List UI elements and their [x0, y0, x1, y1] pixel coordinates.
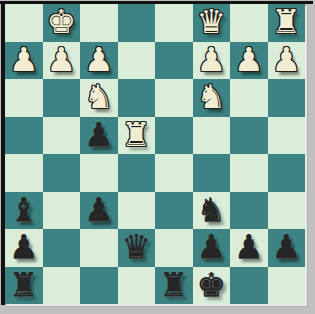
black-pawn[interactable]: ♟: [196, 230, 226, 263]
square-a8[interactable]: [5, 4, 43, 42]
square-c1[interactable]: [80, 267, 118, 305]
square-d3[interactable]: [118, 192, 156, 230]
white-pawn[interactable]: ♟: [234, 43, 264, 76]
square-a7[interactable]: ♟: [5, 42, 43, 80]
square-e4[interactable]: [155, 154, 193, 192]
white-king[interactable]: ♚: [46, 5, 76, 38]
square-b8[interactable]: ♚: [43, 4, 81, 42]
black-pawn[interactable]: ♟: [84, 193, 114, 226]
square-e5[interactable]: [155, 117, 193, 155]
square-d1[interactable]: [118, 267, 156, 305]
square-g5[interactable]: [230, 117, 268, 155]
square-d5[interactable]: ♜: [118, 117, 156, 155]
square-f4[interactable]: [193, 154, 231, 192]
square-h2[interactable]: ♟: [268, 229, 306, 267]
square-h3[interactable]: [268, 192, 306, 230]
chess-app-window: ♚♛♜♟♟♟♟♟♟♞♞♟♜♝♟♞♟♛♟♟♟♜♜♚: [0, 0, 315, 314]
square-h4[interactable]: [268, 154, 306, 192]
square-e8[interactable]: [155, 4, 193, 42]
square-e1[interactable]: ♜: [155, 267, 193, 305]
square-a2[interactable]: ♟: [5, 229, 43, 267]
white-knight[interactable]: ♞: [196, 80, 226, 113]
square-d8[interactable]: [118, 4, 156, 42]
black-pawn[interactable]: ♟: [84, 118, 114, 151]
square-d7[interactable]: [118, 42, 156, 80]
square-c7[interactable]: ♟: [80, 42, 118, 80]
square-c2[interactable]: [80, 229, 118, 267]
square-f3[interactable]: ♞: [193, 192, 231, 230]
square-g3[interactable]: [230, 192, 268, 230]
square-c4[interactable]: [80, 154, 118, 192]
square-b1[interactable]: [43, 267, 81, 305]
square-g4[interactable]: [230, 154, 268, 192]
square-b5[interactable]: [43, 117, 81, 155]
square-d6[interactable]: [118, 79, 156, 117]
white-queen[interactable]: ♛: [196, 5, 226, 38]
black-pawn[interactable]: ♟: [9, 230, 39, 263]
square-f6[interactable]: ♞: [193, 79, 231, 117]
square-f8[interactable]: ♛: [193, 4, 231, 42]
square-d2[interactable]: ♛: [118, 229, 156, 267]
white-pawn[interactable]: ♟: [46, 43, 76, 76]
square-f2[interactable]: ♟: [193, 229, 231, 267]
square-c6[interactable]: ♞: [80, 79, 118, 117]
black-rook[interactable]: ♜: [9, 268, 39, 301]
black-pawn[interactable]: ♟: [234, 230, 264, 263]
white-rook[interactable]: ♜: [121, 118, 151, 151]
square-e3[interactable]: [155, 192, 193, 230]
chess-board: ♚♛♜♟♟♟♟♟♟♞♞♟♜♝♟♞♟♛♟♟♟♜♜♚: [5, 4, 305, 304]
white-pawn[interactable]: ♟: [9, 43, 39, 76]
black-knight[interactable]: ♞: [196, 193, 226, 226]
square-g6[interactable]: [230, 79, 268, 117]
square-b4[interactable]: [43, 154, 81, 192]
square-e2[interactable]: [155, 229, 193, 267]
white-pawn[interactable]: ♟: [196, 43, 226, 76]
square-c3[interactable]: ♟: [80, 192, 118, 230]
square-a6[interactable]: [5, 79, 43, 117]
square-a1[interactable]: ♜: [5, 267, 43, 305]
square-h6[interactable]: [268, 79, 306, 117]
square-h1[interactable]: [268, 267, 306, 305]
square-g2[interactable]: ♟: [230, 229, 268, 267]
square-g7[interactable]: ♟: [230, 42, 268, 80]
square-e6[interactable]: [155, 79, 193, 117]
square-f7[interactable]: ♟: [193, 42, 231, 80]
white-pawn[interactable]: ♟: [271, 43, 301, 76]
square-h5[interactable]: [268, 117, 306, 155]
square-g8[interactable]: [230, 4, 268, 42]
square-f5[interactable]: [193, 117, 231, 155]
black-pawn[interactable]: ♟: [271, 230, 301, 263]
square-g1[interactable]: [230, 267, 268, 305]
square-c8[interactable]: [80, 4, 118, 42]
square-b3[interactable]: [43, 192, 81, 230]
square-c5[interactable]: ♟: [80, 117, 118, 155]
square-e7[interactable]: [155, 42, 193, 80]
square-a4[interactable]: [5, 154, 43, 192]
square-h8[interactable]: ♜: [268, 4, 306, 42]
square-b2[interactable]: [43, 229, 81, 267]
square-a5[interactable]: [5, 117, 43, 155]
black-bishop[interactable]: ♝: [9, 193, 39, 226]
white-rook[interactable]: ♜: [271, 5, 301, 38]
white-pawn[interactable]: ♟: [84, 43, 114, 76]
black-king[interactable]: ♚: [196, 268, 226, 301]
square-a3[interactable]: ♝: [5, 192, 43, 230]
black-queen[interactable]: ♛: [121, 230, 151, 263]
square-h7[interactable]: ♟: [268, 42, 306, 80]
square-d4[interactable]: [118, 154, 156, 192]
square-b6[interactable]: [43, 79, 81, 117]
white-knight[interactable]: ♞: [84, 80, 114, 113]
square-b7[interactable]: ♟: [43, 42, 81, 80]
black-rook[interactable]: ♜: [159, 268, 189, 301]
square-f1[interactable]: ♚: [193, 267, 231, 305]
